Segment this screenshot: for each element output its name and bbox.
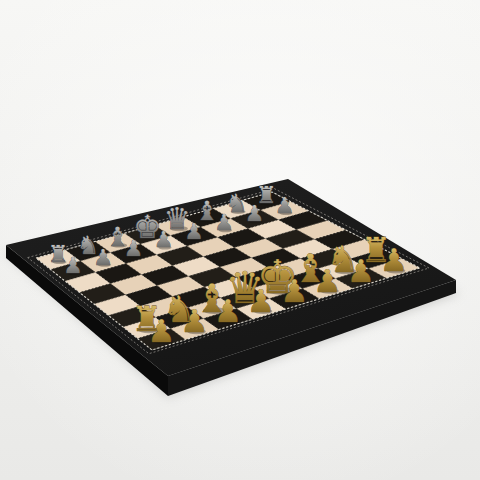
piece-glyph: ♟ <box>124 236 144 261</box>
piece-glyph: ♟ <box>347 253 375 289</box>
piece-black-pawn-g7[interactable]: ♟ <box>245 201 265 226</box>
piece-white-pawn-f1[interactable]: ♟ <box>314 263 342 299</box>
piece-glyph: ♟ <box>380 242 408 278</box>
piece-black-pawn-e7[interactable]: ♟ <box>184 219 204 244</box>
piece-white-pawn-g1[interactable]: ♟ <box>347 253 375 289</box>
piece-black-pawn-a7[interactable]: ♟ <box>63 253 83 278</box>
piece-glyph: ♟ <box>154 227 174 252</box>
piece-white-pawn-c1[interactable]: ♟ <box>214 293 242 329</box>
studio-photo: ♜♞♟♝♟♛♟♚♟♝♟♞♟♜♜♟♟♞♟♝♟♚♟♛♟♝♟♞♟♜♟♟ <box>0 0 480 480</box>
piece-glyph: ♟ <box>147 313 175 349</box>
piece-glyph: ♟ <box>214 210 234 235</box>
piece-black-pawn-d7[interactable]: ♟ <box>154 227 174 252</box>
piece-glyph: ♟ <box>245 201 265 226</box>
piece-white-pawn-d1[interactable]: ♟ <box>247 283 275 319</box>
piece-white-pawn-h1[interactable]: ♟ <box>380 242 408 278</box>
piece-glyph: ♟ <box>184 219 204 244</box>
piece-glyph: ♟ <box>247 283 275 319</box>
chessboard-scene: ♜♞♟♝♟♛♟♚♟♝♟♞♟♜♜♟♟♞♟♝♟♚♟♛♟♝♟♞♟♜♟♟ <box>0 0 480 480</box>
piece-glyph: ♟ <box>214 293 242 329</box>
piece-black-pawn-b7[interactable]: ♟ <box>93 245 113 270</box>
piece-glyph: ♟ <box>314 263 342 299</box>
piece-glyph: ♟ <box>280 273 308 309</box>
piece-glyph: ♟ <box>181 303 209 339</box>
piece-black-pawn-f7[interactable]: ♟ <box>214 210 234 235</box>
piece-white-pawn-a1[interactable]: ♟ <box>147 313 175 349</box>
piece-white-pawn-b1[interactable]: ♟ <box>181 303 209 339</box>
piece-glyph: ♟ <box>63 253 83 278</box>
piece-glyph: ♟ <box>275 193 295 218</box>
piece-glyph: ♟ <box>93 245 113 270</box>
piece-black-pawn-h7[interactable]: ♟ <box>275 193 295 218</box>
piece-white-pawn-e1[interactable]: ♟ <box>280 273 308 309</box>
piece-black-pawn-c7[interactable]: ♟ <box>124 236 144 261</box>
